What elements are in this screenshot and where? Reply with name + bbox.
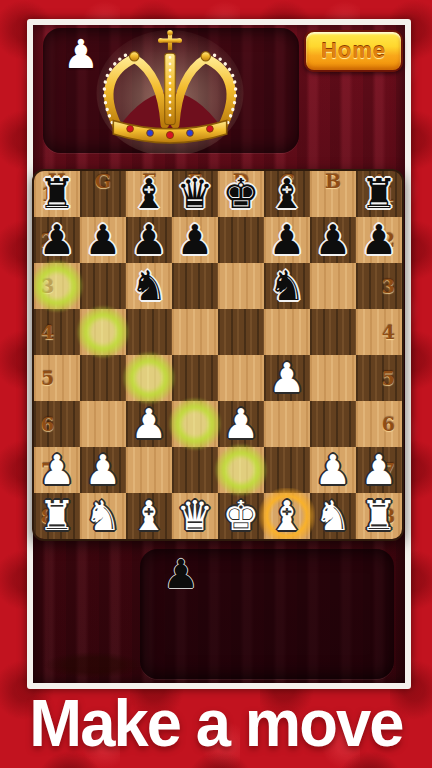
square-r7c3[interactable] — [126, 447, 172, 493]
coordinate-label: 6 — [382, 413, 395, 435]
square-r8c7[interactable]: ♞ — [310, 493, 356, 539]
piece-bn[interactable]: ♞ — [264, 263, 310, 309]
square-r7c2[interactable]: ♟ — [80, 447, 126, 493]
piece-bp[interactable]: ♟ — [172, 217, 218, 263]
square-r6c4[interactable] — [172, 401, 218, 447]
square-r2c7[interactable]: ♟ — [310, 217, 356, 263]
square-r2c1[interactable]: 2♟ — [34, 217, 80, 263]
captured-black-pawn: ♟ — [163, 554, 199, 594]
square-r6c6[interactable] — [264, 401, 310, 447]
piece-bp[interactable]: ♟ — [34, 217, 80, 263]
square-r1c8[interactable]: A1♜ — [356, 171, 402, 217]
piece-wp[interactable]: ♟ — [310, 447, 356, 493]
square-r5c5[interactable] — [218, 355, 264, 401]
square-r3c2[interactable] — [80, 263, 126, 309]
piece-wr[interactable]: ♜ — [356, 493, 402, 539]
legal-move-highlight — [168, 397, 222, 451]
square-r8c8[interactable]: 8♜ — [356, 493, 402, 539]
square-r3c3[interactable]: ♞ — [126, 263, 172, 309]
square-r2c4[interactable]: ♟ — [172, 217, 218, 263]
piece-wp[interactable]: ♟ — [126, 401, 172, 447]
square-r5c8[interactable]: 5 — [356, 355, 402, 401]
make-a-move-banner: Make a move — [9, 682, 424, 764]
square-r7c1[interactable]: 7♟ — [34, 447, 80, 493]
square-r2c8[interactable]: 2♟ — [356, 217, 402, 263]
square-r7c6[interactable] — [264, 447, 310, 493]
coordinate-label: 3 — [41, 275, 54, 297]
square-r4c7[interactable] — [310, 309, 356, 355]
square-r4c8[interactable]: 4 — [356, 309, 402, 355]
square-r8c6[interactable]: ♝ — [264, 493, 310, 539]
square-r6c5[interactable]: ♟ — [218, 401, 264, 447]
square-r7c8[interactable]: 7♟ — [356, 447, 402, 493]
piece-br[interactable]: ♜ — [34, 171, 80, 217]
piece-bb[interactable]: ♝ — [126, 171, 172, 217]
square-r5c1[interactable]: 5 — [34, 355, 80, 401]
coordinate-label: 3 — [382, 275, 395, 297]
square-r3c8[interactable]: 3 — [356, 263, 402, 309]
piece-bp[interactable]: ♟ — [356, 217, 402, 263]
square-r5c7[interactable] — [310, 355, 356, 401]
crown-icon — [96, 28, 244, 154]
piece-wk[interactable]: ♚ — [218, 493, 264, 539]
square-r8c4[interactable]: ♛ — [172, 493, 218, 539]
piece-wp[interactable]: ♟ — [218, 401, 264, 447]
decorative-gold-bishop-statue: ♝ — [42, 534, 114, 670]
square-r5c4[interactable] — [172, 355, 218, 401]
square-r1c7[interactable]: B — [310, 171, 356, 217]
coordinate-label: B — [310, 171, 356, 192]
square-r2c5[interactable] — [218, 217, 264, 263]
piece-bn[interactable]: ♞ — [126, 263, 172, 309]
square-r5c6[interactable]: ♟ — [264, 355, 310, 401]
legal-move-highlight — [214, 443, 268, 497]
square-r6c7[interactable] — [310, 401, 356, 447]
piece-wp[interactable]: ♟ — [80, 447, 126, 493]
chess-board[interactable]: H1♜GF♝E♛D♚C♝BA1♜2♟♟♟♟♟♟2♟3♞♞3445♟56♟♟67♟… — [32, 169, 404, 541]
piece-wp[interactable]: ♟ — [264, 355, 310, 401]
square-r1c4[interactable]: E♛ — [172, 171, 218, 217]
legal-move-highlight — [32, 259, 84, 313]
square-r8c3[interactable]: ♝ — [126, 493, 172, 539]
coordinate-label: 4 — [41, 321, 54, 343]
square-r7c7[interactable]: ♟ — [310, 447, 356, 493]
square-r2c3[interactable]: ♟ — [126, 217, 172, 263]
coordinate-label: 5 — [41, 367, 54, 389]
captured-white-pawn: ♟ — [63, 34, 99, 74]
square-r4c5[interactable] — [218, 309, 264, 355]
square-r3c7[interactable] — [310, 263, 356, 309]
square-r4c3[interactable] — [126, 309, 172, 355]
piece-bq[interactable]: ♛ — [172, 171, 218, 217]
square-r7c4[interactable] — [172, 447, 218, 493]
piece-wr[interactable]: ♜ — [34, 493, 80, 539]
piece-wp[interactable]: ♟ — [356, 447, 402, 493]
piece-bp[interactable]: ♟ — [126, 217, 172, 263]
square-r5c3[interactable] — [126, 355, 172, 401]
square-r3c4[interactable] — [172, 263, 218, 309]
piece-wp[interactable]: ♟ — [34, 447, 80, 493]
square-r8c5[interactable]: ♚ — [218, 493, 264, 539]
coordinate-label: 5 — [382, 367, 395, 389]
square-r4c1[interactable]: 4 — [34, 309, 80, 355]
piece-bp[interactable]: ♟ — [264, 217, 310, 263]
square-r5c2[interactable] — [80, 355, 126, 401]
legal-move-highlight — [76, 305, 130, 359]
coordinate-label: 4 — [382, 321, 395, 343]
square-r6c8[interactable]: 6 — [356, 401, 402, 447]
square-r2c2[interactable]: ♟ — [80, 217, 126, 263]
coordinate-label: G — [80, 171, 126, 192]
piece-wb[interactable]: ♝ — [126, 493, 172, 539]
square-r6c2[interactable] — [80, 401, 126, 447]
square-r4c4[interactable] — [172, 309, 218, 355]
square-r7c5[interactable] — [218, 447, 264, 493]
square-r6c1[interactable]: 6 — [34, 401, 80, 447]
square-r1c6[interactable]: C♝ — [264, 171, 310, 217]
square-r4c2[interactable] — [80, 309, 126, 355]
square-r3c6[interactable]: ♞ — [264, 263, 310, 309]
square-r3c1[interactable]: 3 — [34, 263, 80, 309]
square-r1c3[interactable]: F♝ — [126, 171, 172, 217]
square-r1c2[interactable]: G — [80, 171, 126, 217]
piece-bk[interactable]: ♚ — [218, 171, 264, 217]
piece-br[interactable]: ♜ — [356, 171, 402, 217]
piece-wq[interactable]: ♛ — [172, 493, 218, 539]
piece-bb[interactable]: ♝ — [264, 171, 310, 217]
piece-wn[interactable]: ♞ — [80, 493, 126, 539]
square-r3c5[interactable] — [218, 263, 264, 309]
coordinate-label: 6 — [41, 413, 54, 435]
square-r2c6[interactable]: ♟ — [264, 217, 310, 263]
piece-wn[interactable]: ♞ — [310, 493, 356, 539]
square-r1c5[interactable]: D♚ — [218, 171, 264, 217]
square-r1c1[interactable]: H1♜ — [34, 171, 80, 217]
chess-app-screen: { "game": "chess", "app": { "home_label"… — [0, 0, 432, 768]
square-r8c2[interactable]: ♞ — [80, 493, 126, 539]
square-r4c6[interactable] — [264, 309, 310, 355]
statue-shadow — [44, 652, 142, 678]
legal-move-highlight — [122, 351, 176, 405]
piece-bp[interactable]: ♟ — [310, 217, 356, 263]
square-r8c1[interactable]: 8♜ — [34, 493, 80, 539]
home-button-label: Home — [321, 38, 386, 64]
piece-bp[interactable]: ♟ — [80, 217, 126, 263]
piece-wb[interactable]: ♝ — [264, 493, 310, 539]
home-button[interactable]: Home — [304, 30, 403, 72]
square-r6c3[interactable]: ♟ — [126, 401, 172, 447]
